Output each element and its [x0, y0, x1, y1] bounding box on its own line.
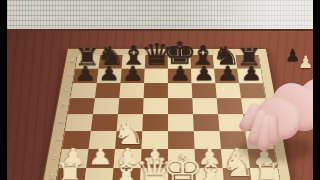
letterbox-bar-right [313, 0, 320, 180]
square-d6[interactable] [144, 83, 168, 98]
piece-black-pawn-a7[interactable]: ♟ [74, 63, 96, 83]
square-c6[interactable] [119, 83, 144, 98]
square-a7[interactable]: ♟ [73, 69, 99, 83]
square-d7[interactable] [144, 69, 168, 83]
rank-label-7: 7 [65, 73, 74, 78]
square-a6[interactable] [71, 83, 97, 98]
square-f5[interactable] [192, 98, 218, 114]
square-f6[interactable] [192, 83, 217, 98]
rank-label-6: 6 [62, 87, 71, 92]
rank-label-5: 5 [59, 103, 69, 108]
square-g7[interactable]: ♟ [214, 69, 239, 83]
piece-black-pawn-h7[interactable]: ♟ [240, 63, 262, 83]
square-d5[interactable] [143, 98, 168, 114]
rank-label-8: 8 [67, 59, 76, 63]
piece-black-pawn-c7[interactable]: ♟ [121, 63, 143, 83]
square-e4[interactable] [168, 114, 194, 131]
square-c5[interactable] [118, 98, 144, 114]
square-h7[interactable]: ♟ [237, 69, 263, 83]
square-f4[interactable] [193, 114, 219, 131]
square-e6[interactable] [168, 83, 192, 98]
piece-black-pawn-e7[interactable]: ♟ [169, 63, 191, 83]
square-a5[interactable] [68, 98, 95, 114]
piece-white-rook-h1[interactable]: ♜ [250, 159, 282, 180]
letterbox-bar-left [0, 0, 7, 180]
square-h6[interactable] [239, 83, 265, 98]
square-c7[interactable]: ♟ [121, 69, 145, 83]
square-g6[interactable] [215, 83, 241, 98]
scene: ♜♞♝♛♚♝♞♜♟♟♟♟♟♟♟♞♟♟♟♟♟♟♟♜♝♛♚♝♞♜ 12345678 … [7, 0, 313, 180]
piece-black-pawn-f7[interactable]: ♟ [192, 63, 214, 83]
square-f1[interactable]: ♝ [195, 168, 224, 180]
square-f7[interactable]: ♟ [191, 69, 215, 83]
square-d4[interactable] [142, 114, 168, 131]
square-b6[interactable] [95, 83, 121, 98]
square-h1[interactable]: ♜ [250, 168, 281, 180]
square-b5[interactable] [93, 98, 119, 114]
square-e7[interactable]: ♟ [168, 69, 192, 83]
square-a4[interactable] [65, 114, 93, 131]
square-e5[interactable] [168, 98, 193, 114]
square-g5[interactable] [217, 98, 243, 114]
square-b7[interactable]: ♟ [97, 69, 122, 83]
piece-black-pawn-g7[interactable]: ♟ [216, 63, 238, 83]
photo-stage: ♜♞♝♛♚♝♞♜♟♟♟♟♟♟♟♞♟♟♟♟♟♟♟♜♝♛♚♝♞♜ 12345678 … [0, 0, 320, 180]
square-a1[interactable]: ♜ [56, 168, 87, 180]
piece-white-rook-a1[interactable]: ♜ [54, 159, 86, 180]
finger-pinky [268, 115, 280, 145]
captured-white-pawn: ♟ [298, 54, 313, 71]
piece-black-pawn-b7[interactable]: ♟ [98, 63, 120, 83]
piece-white-bishop-f1[interactable]: ♝ [192, 156, 228, 180]
